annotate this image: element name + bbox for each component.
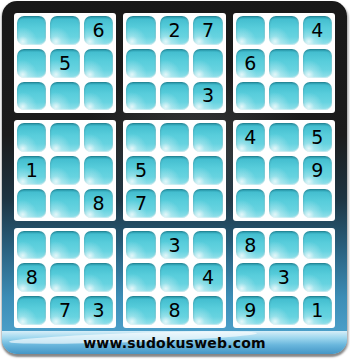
box-1-1: 65 [14,13,116,113]
box-3-3: 8391 [233,228,335,328]
cell-r7c6[interactable] [193,231,222,260]
cell-r2c1[interactable] [17,49,46,78]
cell-r5c2[interactable] [50,156,79,185]
cell-r9c3[interactable]: 3 [84,296,113,325]
cell-r8c7[interactable] [236,263,265,292]
box-3-1: 873 [14,228,116,328]
cell-r4c9[interactable]: 5 [303,123,332,152]
cell-r6c6[interactable] [193,189,222,218]
cell-r6c5[interactable] [160,189,189,218]
cell-r1c9[interactable]: 4 [303,16,332,45]
cell-r2c3[interactable] [84,49,113,78]
cell-r8c5[interactable] [160,263,189,292]
cell-r3c8[interactable] [269,82,298,111]
site-link[interactable]: www.sudokusweb.com [83,335,266,351]
cell-r2c4[interactable] [126,49,155,78]
cell-r7c3[interactable] [84,231,113,260]
cell-r6c1[interactable] [17,189,46,218]
cell-r9c1[interactable] [17,296,46,325]
box-2-1: 18 [14,120,116,220]
cell-r5c8[interactable] [269,156,298,185]
cell-r6c3[interactable]: 8 [84,189,113,218]
cell-r4c5[interactable] [160,123,189,152]
cell-r1c6[interactable]: 7 [193,16,222,45]
cell-r6c2[interactable] [50,189,79,218]
cell-r5c6[interactable] [193,156,222,185]
cell-r8c6[interactable]: 4 [193,263,222,292]
box-1-3: 46 [233,13,335,113]
sudoku-board: 652734618574598733488391 www.sudokusweb.… [2,1,347,354]
cell-r8c1[interactable]: 8 [17,263,46,292]
cell-r7c2[interactable] [50,231,79,260]
cell-r6c7[interactable] [236,189,265,218]
cell-r7c7[interactable]: 8 [236,231,265,260]
cell-r3c2[interactable] [50,82,79,111]
cell-r7c5[interactable]: 3 [160,231,189,260]
cell-r5c9[interactable]: 9 [303,156,332,185]
cell-r7c4[interactable] [126,231,155,260]
cell-r9c8[interactable] [269,296,298,325]
cell-r1c3[interactable]: 6 [84,16,113,45]
box-2-3: 459 [233,120,335,220]
cell-r4c7[interactable]: 4 [236,123,265,152]
cell-r9c6[interactable] [193,296,222,325]
cell-r9c5[interactable]: 8 [160,296,189,325]
box-2-2: 57 [123,120,225,220]
cell-r3c7[interactable] [236,82,265,111]
cell-r3c4[interactable] [126,82,155,111]
cell-r7c9[interactable] [303,231,332,260]
cell-r8c4[interactable] [126,263,155,292]
cell-r6c4[interactable]: 7 [126,189,155,218]
cell-r8c8[interactable]: 3 [269,263,298,292]
cell-r4c3[interactable] [84,123,113,152]
box-1-2: 273 [123,13,225,113]
cell-r3c5[interactable] [160,82,189,111]
cell-r9c7[interactable]: 9 [236,296,265,325]
cell-r5c7[interactable] [236,156,265,185]
cell-r9c9[interactable]: 1 [303,296,332,325]
cell-r6c8[interactable] [269,189,298,218]
cell-r5c4[interactable]: 5 [126,156,155,185]
cell-r2c6[interactable] [193,49,222,78]
cell-r8c9[interactable] [303,263,332,292]
cell-r2c2[interactable]: 5 [50,49,79,78]
cell-r2c5[interactable] [160,49,189,78]
cell-r1c8[interactable] [269,16,298,45]
cell-r4c6[interactable] [193,123,222,152]
cell-r4c4[interactable] [126,123,155,152]
cell-r7c8[interactable] [269,231,298,260]
cell-r1c7[interactable] [236,16,265,45]
cell-r4c1[interactable] [17,123,46,152]
cell-r1c4[interactable] [126,16,155,45]
box-3-2: 348 [123,228,225,328]
cell-r3c3[interactable] [84,82,113,111]
cell-r1c5[interactable]: 2 [160,16,189,45]
cell-r7c1[interactable] [17,231,46,260]
footer-bar: www.sudokusweb.com [2,331,347,354]
cell-r5c3[interactable] [84,156,113,185]
cell-r2c7[interactable]: 6 [236,49,265,78]
cell-r5c5[interactable] [160,156,189,185]
cell-r4c2[interactable] [50,123,79,152]
cell-r3c9[interactable] [303,82,332,111]
cell-r9c2[interactable]: 7 [50,296,79,325]
cell-r8c3[interactable] [84,263,113,292]
cell-r2c9[interactable] [303,49,332,78]
cell-r2c8[interactable] [269,49,298,78]
sudoku-grid: 652734618574598733488391 [14,13,335,328]
cell-r8c2[interactable] [50,263,79,292]
cell-r3c1[interactable] [17,82,46,111]
cell-r5c1[interactable]: 1 [17,156,46,185]
cell-r9c4[interactable] [126,296,155,325]
cell-r1c1[interactable] [17,16,46,45]
cell-r4c8[interactable] [269,123,298,152]
cell-r6c9[interactable] [303,189,332,218]
cell-r1c2[interactable] [50,16,79,45]
cell-r3c6[interactable]: 3 [193,82,222,111]
